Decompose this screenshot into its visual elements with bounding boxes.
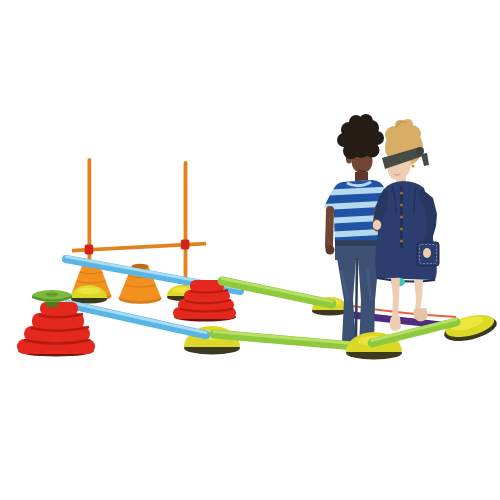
boy-arm-left [329,210,330,246]
girl-leg-back [414,280,423,311]
girl-hand-left [373,220,381,230]
boy-jeans [335,240,381,348]
tower-tier [40,302,78,315]
balance-course-scene [0,0,500,500]
hurdle-clip-left [85,245,94,255]
jeans-seam [356,258,357,338]
boy-hand-left [326,246,335,255]
wobble-disc-hub [46,293,59,297]
girl-hand-right [423,248,431,258]
hurdle-pole-right [184,161,188,288]
girl-foot-front [390,317,401,331]
product-photo [0,0,500,500]
boy-hair [337,114,384,159]
hurdle-clip-right [181,240,190,250]
blindfold-tail [421,153,429,166]
stone-highlight [78,288,100,295]
girl-earring [412,165,415,168]
girl [373,119,439,331]
